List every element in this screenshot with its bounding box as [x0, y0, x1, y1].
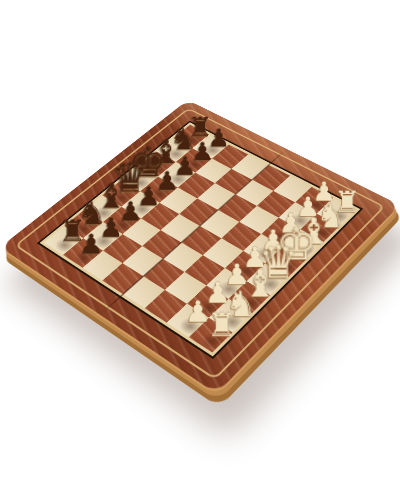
product-photo-canvas: ♜♞♝♚♛♝♞♜♟♟♟♟♟♟♟♟♟♟♟♟♟♟♟♟♜♞♝♚♛♝♞♜ [0, 0, 400, 480]
square-d4 [182, 226, 222, 255]
playing-field: ♜♞♝♚♛♝♞♜♟♟♟♟♟♟♟♟♟♟♟♟♟♟♟♟♜♞♝♚♛♝♞♜ [37, 120, 363, 358]
square-d5 [161, 214, 200, 242]
chess-board: ♜♞♝♚♛♝♞♜♟♟♟♟♟♟♟♟♟♟♟♟♟♟♟♟♜♞♝♚♛♝♞♜ [0, 100, 399, 394]
piece-white-rook: ♜ [205, 309, 238, 342]
scene: ♜♞♝♚♛♝♞♜♟♟♟♟♟♟♟♟♟♟♟♟♟♟♟♟♜♞♝♚♛♝♞♜ [0, 0, 400, 480]
square-f4 [218, 194, 256, 221]
board-grid: ♜♞♝♚♛♝♞♜♟♟♟♟♟♟♟♟♟♟♟♟♟♟♟♟♜♞♝♚♛♝♞♜ [44, 124, 356, 352]
piece-black-pawn: ♟ [78, 231, 105, 258]
